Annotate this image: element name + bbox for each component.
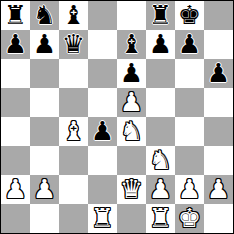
square-c1[interactable]	[59, 204, 88, 233]
white-knight-icon: ♞	[120, 118, 143, 144]
square-h1[interactable]	[204, 204, 233, 233]
black-pawn-icon: ♟	[120, 60, 143, 86]
square-g2[interactable]: ♟	[175, 175, 204, 204]
black-pawn-icon: ♟	[178, 31, 201, 57]
square-d8[interactable]	[88, 1, 117, 30]
square-f4[interactable]	[146, 117, 175, 146]
white-pawn-icon: ♟	[120, 89, 143, 115]
white-pawn-icon: ♟	[149, 176, 172, 202]
square-b8[interactable]: ♞	[30, 1, 59, 30]
chess-board: ♜♞♝♜♚♟♟♛♝♟♟♟♟♟♝♟♞♞♟♟♛♟♟♟♜♜♚	[0, 0, 234, 234]
square-a7[interactable]: ♟	[1, 30, 30, 59]
black-knight-icon: ♞	[33, 2, 56, 28]
square-a8[interactable]: ♜	[1, 1, 30, 30]
black-pawn-icon: ♟	[91, 118, 114, 144]
black-rook-icon: ♜	[4, 2, 27, 28]
square-c5[interactable]	[59, 88, 88, 117]
square-a1[interactable]	[1, 204, 30, 233]
square-b7[interactable]: ♟	[30, 30, 59, 59]
square-e3[interactable]	[117, 146, 146, 175]
square-d4[interactable]: ♟	[88, 117, 117, 146]
square-f8[interactable]: ♜	[146, 1, 175, 30]
white-bishop-icon: ♝	[62, 118, 85, 144]
square-h4[interactable]	[204, 117, 233, 146]
square-f6[interactable]	[146, 59, 175, 88]
square-f5[interactable]	[146, 88, 175, 117]
square-a5[interactable]	[1, 88, 30, 117]
square-a6[interactable]	[1, 59, 30, 88]
square-b6[interactable]	[30, 59, 59, 88]
square-g5[interactable]	[175, 88, 204, 117]
square-g1[interactable]: ♚	[175, 204, 204, 233]
black-king-icon: ♚	[178, 2, 201, 28]
square-h5[interactable]	[204, 88, 233, 117]
square-e7[interactable]: ♝	[117, 30, 146, 59]
square-f3[interactable]: ♞	[146, 146, 175, 175]
square-d5[interactable]	[88, 88, 117, 117]
square-h7[interactable]	[204, 30, 233, 59]
black-pawn-icon: ♟	[4, 31, 27, 57]
white-pawn-icon: ♟	[207, 176, 230, 202]
square-c3[interactable]	[59, 146, 88, 175]
white-rook-icon: ♜	[149, 205, 172, 231]
square-e4[interactable]: ♞	[117, 117, 146, 146]
white-knight-icon: ♞	[149, 147, 172, 173]
square-h2[interactable]: ♟	[204, 175, 233, 204]
square-e2[interactable]: ♛	[117, 175, 146, 204]
square-b2[interactable]: ♟	[30, 175, 59, 204]
square-b3[interactable]	[30, 146, 59, 175]
square-h3[interactable]	[204, 146, 233, 175]
square-f2[interactable]: ♟	[146, 175, 175, 204]
square-c2[interactable]	[59, 175, 88, 204]
square-f1[interactable]: ♜	[146, 204, 175, 233]
square-e5[interactable]: ♟	[117, 88, 146, 117]
black-bishop-icon: ♝	[62, 2, 85, 28]
square-b4[interactable]	[30, 117, 59, 146]
square-b1[interactable]	[30, 204, 59, 233]
square-f7[interactable]: ♟	[146, 30, 175, 59]
white-king-icon: ♚	[178, 205, 201, 231]
black-bishop-icon: ♝	[120, 31, 143, 57]
square-g6[interactable]	[175, 59, 204, 88]
black-pawn-icon: ♟	[207, 60, 230, 86]
white-pawn-icon: ♟	[4, 176, 27, 202]
black-rook-icon: ♜	[149, 2, 172, 28]
black-pawn-icon: ♟	[149, 31, 172, 57]
square-e6[interactable]: ♟	[117, 59, 146, 88]
square-h6[interactable]: ♟	[204, 59, 233, 88]
square-b5[interactable]	[30, 88, 59, 117]
square-g8[interactable]: ♚	[175, 1, 204, 30]
square-e8[interactable]	[117, 1, 146, 30]
square-c6[interactable]	[59, 59, 88, 88]
square-h8[interactable]	[204, 1, 233, 30]
square-g4[interactable]	[175, 117, 204, 146]
square-g7[interactable]: ♟	[175, 30, 204, 59]
white-pawn-icon: ♟	[33, 176, 56, 202]
square-a4[interactable]	[1, 117, 30, 146]
square-c4[interactable]: ♝	[59, 117, 88, 146]
square-c7[interactable]: ♛	[59, 30, 88, 59]
white-pawn-icon: ♟	[178, 176, 201, 202]
white-rook-icon: ♜	[91, 205, 114, 231]
square-d7[interactable]	[88, 30, 117, 59]
white-queen-icon: ♛	[120, 176, 143, 202]
square-d1[interactable]: ♜	[88, 204, 117, 233]
square-d3[interactable]	[88, 146, 117, 175]
square-e1[interactable]	[117, 204, 146, 233]
square-a3[interactable]	[1, 146, 30, 175]
black-queen-icon: ♛	[62, 31, 85, 57]
black-pawn-icon: ♟	[33, 31, 56, 57]
square-d2[interactable]	[88, 175, 117, 204]
square-a2[interactable]: ♟	[1, 175, 30, 204]
square-d6[interactable]	[88, 59, 117, 88]
square-c8[interactable]: ♝	[59, 1, 88, 30]
square-g3[interactable]	[175, 146, 204, 175]
